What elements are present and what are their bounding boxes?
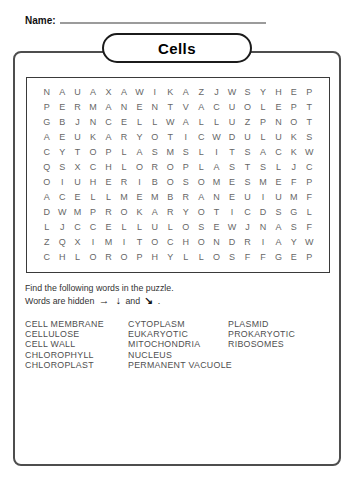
- grid-cell-r5c4: O: [85, 145, 100, 160]
- grid-cell-r4c11: C: [193, 130, 208, 145]
- grid-cell-r7c15: M: [255, 175, 270, 190]
- word-item: PROKARYOTIC: [228, 329, 318, 339]
- grid-cell-r9c1: D: [39, 205, 54, 220]
- grid-cell-r9c12: T: [209, 205, 224, 220]
- grid-cell-r6c1: Q: [39, 160, 54, 175]
- grid-cell-r5c13: T: [224, 145, 239, 160]
- grid-cell-r5c3: T: [70, 145, 85, 160]
- grid-cell-r7c7: I: [132, 175, 147, 190]
- grid-cell-r10c18: F: [302, 220, 317, 235]
- grid-cell-r12c8: H: [147, 250, 162, 265]
- grid-cell-r11c2: Q: [54, 235, 69, 250]
- grid-cell-r4c2: E: [54, 130, 69, 145]
- grid-cell-r12c6: O: [116, 250, 131, 265]
- grid-cell-r1c7: W: [132, 85, 147, 100]
- grid-cell-r2c6: N: [116, 100, 131, 115]
- grid-cell-r11c8: O: [147, 235, 162, 250]
- word-item: RIBOSOMES: [228, 339, 318, 349]
- grid-cell-r5c11: L: [193, 145, 208, 160]
- grid-cell-r3c14: Z: [240, 115, 255, 130]
- grid-cell-r11c7: T: [132, 235, 147, 250]
- grid-cell-r4c13: D: [224, 130, 239, 145]
- grid-cell-r6c11: L: [193, 160, 208, 175]
- grid-cell-r5c2: Y: [54, 145, 69, 160]
- grid-cell-r9c15: D: [255, 205, 270, 220]
- grid-cell-r9c14: C: [240, 205, 255, 220]
- grid-cell-r3c4: N: [85, 115, 100, 130]
- grid-cell-r2c7: E: [132, 100, 147, 115]
- grid-cell-r1c10: A: [178, 85, 193, 100]
- grid-cell-r4c15: L: [255, 130, 270, 145]
- grid-cell-r5c17: K: [286, 145, 301, 160]
- grid-cell-r9c5: R: [101, 205, 116, 220]
- grid-cell-r4c5: A: [101, 130, 116, 145]
- grid-cell-r1c4: A: [85, 85, 100, 100]
- grid-cell-r7c3: U: [70, 175, 85, 190]
- grid-cell-r12c12: O: [209, 250, 224, 265]
- grid-cell-r12c7: P: [132, 250, 147, 265]
- grid-cell-r1c11: Z: [193, 85, 208, 100]
- grid-cell-r7c18: P: [302, 175, 317, 190]
- grid-cell-r5c1: C: [39, 145, 54, 160]
- grid-cell-r11c18: W: [302, 235, 317, 250]
- grid-cell-r9c4: P: [85, 205, 100, 220]
- grid-cell-r1c3: U: [70, 85, 85, 100]
- grid-cell-r1c9: K: [163, 85, 178, 100]
- grid-cell-r8c2: C: [54, 190, 69, 205]
- grid-cell-r11c9: C: [163, 235, 178, 250]
- grid-cell-r6c7: O: [132, 160, 147, 175]
- grid-cell-r6c10: P: [178, 160, 193, 175]
- grid-cell-r5c15: A: [255, 145, 270, 160]
- grid-cell-r6c8: R: [147, 160, 162, 175]
- grid-cell-r2c8: N: [147, 100, 162, 115]
- word-item: CELLULOSE: [25, 329, 128, 339]
- grid-cell-r10c12: E: [209, 220, 224, 235]
- grid-cell-r12c10: L: [178, 250, 193, 265]
- grid-cell-r9c9: R: [163, 205, 178, 220]
- grid-cell-r9c7: K: [132, 205, 147, 220]
- grid-cell-r8c10: R: [178, 190, 193, 205]
- grid-cell-r8c1: A: [39, 190, 54, 205]
- grid-cell-r2c5: A: [101, 100, 116, 115]
- word-item: CELL MEMBRANE: [25, 319, 128, 329]
- grid-cell-r8c6: M: [116, 190, 131, 205]
- grid-cell-r1c13: W: [224, 85, 239, 100]
- grid-cell-r4c17: K: [286, 130, 301, 145]
- grid-cell-r7c11: O: [193, 175, 208, 190]
- arrow-diagonal-icon: ↘: [143, 294, 156, 306]
- grid-cell-r9c11: O: [193, 205, 208, 220]
- grid-cell-r9c2: W: [54, 205, 69, 220]
- grid-cell-r7c16: E: [271, 175, 286, 190]
- grid-cell-r10c11: S: [193, 220, 208, 235]
- grid-cell-r6c12: A: [209, 160, 224, 175]
- grid-cell-r4c16: U: [271, 130, 286, 145]
- grid-cell-r10c3: C: [70, 220, 85, 235]
- grid-cell-r10c17: S: [286, 220, 301, 235]
- grid-cell-r4c1: A: [39, 130, 54, 145]
- grid-cell-r10c10: O: [178, 220, 193, 235]
- grid-cell-r2c9: T: [163, 100, 178, 115]
- grid-cell-r4c4: K: [85, 130, 100, 145]
- grid-cell-r2c17: P: [286, 100, 301, 115]
- grid-cell-r1c8: I: [147, 85, 162, 100]
- grid-cell-r9c6: O: [116, 205, 131, 220]
- grid-cell-r2c10: V: [178, 100, 193, 115]
- instructions-line2: Words are hidden → ↓ and ↘ .: [25, 295, 174, 308]
- grid-cell-r11c12: N: [209, 235, 224, 250]
- grid-cell-r8c11: A: [193, 190, 208, 205]
- grid-cell-r7c4: H: [85, 175, 100, 190]
- grid-cell-r7c5: E: [101, 175, 116, 190]
- grid-cell-r3c3: J: [70, 115, 85, 130]
- word-list-column-1: CELL MEMBRANECELLULOSECELL WALLCHLOROPHY…: [25, 319, 128, 370]
- grid-cell-r11c16: A: [271, 235, 286, 250]
- name-field-row: Name:: [25, 14, 266, 26]
- grid-cell-r1c1: N: [39, 85, 54, 100]
- puzzle-title-banner: Cells: [102, 33, 252, 63]
- grid-cell-r2c4: M: [85, 100, 100, 115]
- grid-cell-r11c13: D: [224, 235, 239, 250]
- grid-cell-r9c10: Y: [178, 205, 193, 220]
- grid-cell-r12c5: R: [101, 250, 116, 265]
- grid-cell-r3c15: P: [255, 115, 270, 130]
- grid-cell-r3c16: N: [271, 115, 286, 130]
- grid-cell-r12c9: Y: [163, 250, 178, 265]
- grid-cell-r1c17: E: [286, 85, 301, 100]
- grid-cell-r4c9: T: [163, 130, 178, 145]
- word-item: NUCLEUS: [128, 350, 228, 360]
- grid-cell-r3c17: O: [286, 115, 301, 130]
- grid-cell-r1c12: J: [209, 85, 224, 100]
- grid-cell-r12c1: C: [39, 250, 54, 265]
- name-label: Name:: [25, 15, 56, 26]
- grid-cell-r2c14: O: [240, 100, 255, 115]
- grid-cell-r2c18: T: [302, 100, 317, 115]
- grid-cell-r8c4: L: [85, 190, 100, 205]
- grid-cell-r10c14: J: [240, 220, 255, 235]
- grid-cell-r10c15: N: [255, 220, 270, 235]
- grid-cell-r9c13: I: [224, 205, 239, 220]
- grid-cell-r2c16: E: [271, 100, 286, 115]
- grid-cell-r1c6: A: [116, 85, 131, 100]
- grid-cell-r2c15: L: [255, 100, 270, 115]
- word-item: CHLOROPHYLL: [25, 350, 128, 360]
- grid-cell-r4c6: R: [116, 130, 131, 145]
- grid-cell-r1c2: A: [54, 85, 69, 100]
- grid-cell-r10c8: U: [147, 220, 162, 235]
- grid-cell-r8c18: F: [302, 190, 317, 205]
- grid-cell-r11c3: X: [70, 235, 85, 250]
- grid-cell-r3c9: W: [163, 115, 178, 130]
- word-item: CYTOPLASM: [128, 319, 228, 329]
- grid-cell-r11c6: I: [116, 235, 131, 250]
- grid-cell-r6c15: S: [255, 160, 270, 175]
- word-item: CELL WALL: [25, 339, 128, 349]
- grid-cell-r4c18: S: [302, 130, 317, 145]
- grid-cell-r8c14: U: [240, 190, 255, 205]
- grid-cell-r12c14: F: [240, 250, 255, 265]
- grid-cell-r2c2: E: [54, 100, 69, 115]
- grid-cell-r5c14: S: [240, 145, 255, 160]
- grid-cell-r8c17: M: [286, 190, 301, 205]
- grid-cell-r6c16: L: [271, 160, 286, 175]
- grid-cell-r12c11: L: [193, 250, 208, 265]
- grid-cell-r9c16: S: [271, 205, 286, 220]
- instructions: Find the following words in the puzzle. …: [25, 283, 174, 307]
- grid-cell-r12c16: G: [271, 250, 286, 265]
- grid-cell-r12c15: F: [255, 250, 270, 265]
- grid-cell-r1c16: H: [271, 85, 286, 100]
- grid-cell-r3c18: T: [302, 115, 317, 130]
- grid-cell-r9c17: G: [286, 205, 301, 220]
- grid-cell-r6c13: S: [224, 160, 239, 175]
- grid-cell-r4c14: U: [240, 130, 255, 145]
- grid-cell-r10c7: L: [132, 220, 147, 235]
- grid-cell-r3c8: L: [147, 115, 162, 130]
- grid-cell-r2c11: A: [193, 100, 208, 115]
- grid-cell-r7c6: R: [116, 175, 131, 190]
- grid-cell-r6c5: H: [101, 160, 116, 175]
- word-item: PERMANENT VACUOLE: [128, 360, 228, 370]
- grid-cell-r9c8: A: [147, 205, 162, 220]
- grid-cell-r10c1: L: [39, 220, 54, 235]
- grid-cell-r1c15: Y: [255, 85, 270, 100]
- grid-cell-r6c3: X: [70, 160, 85, 175]
- grid-cell-r10c16: A: [271, 220, 286, 235]
- grid-cell-r8c7: E: [132, 190, 147, 205]
- letter-grid: NAUAXAWIKAZJWSYHEPPERMANENTVACUOLEPTGBJN…: [26, 77, 330, 273]
- grid-cell-r3c7: L: [132, 115, 147, 130]
- grid-cell-r5c6: L: [116, 145, 131, 160]
- grid-cell-r6c4: C: [85, 160, 100, 175]
- grid-cell-r3c11: L: [193, 115, 208, 130]
- grid-cell-r2c13: U: [224, 100, 239, 115]
- grid-cell-r10c5: E: [101, 220, 116, 235]
- grid-cell-r10c6: L: [116, 220, 131, 235]
- grid-cell-r4c7: Y: [132, 130, 147, 145]
- grid-cell-r8c16: U: [271, 190, 286, 205]
- word-item: CHLOROPLAST: [25, 360, 128, 370]
- grid-cell-r11c10: H: [178, 235, 193, 250]
- grid-cell-r9c18: L: [302, 205, 317, 220]
- grid-cell-r7c2: I: [54, 175, 69, 190]
- grid-cell-r12c4: O: [85, 250, 100, 265]
- grid-cell-r7c9: O: [163, 175, 178, 190]
- grid-cell-r11c15: I: [255, 235, 270, 250]
- grid-cell-r8c5: L: [101, 190, 116, 205]
- grid-cell-r5c9: M: [163, 145, 178, 160]
- grid-cell-r3c10: A: [178, 115, 193, 130]
- grid-cell-r8c9: B: [163, 190, 178, 205]
- grid-cell-r12c18: P: [302, 250, 317, 265]
- grid-cell-r9c3: M: [70, 205, 85, 220]
- grid-cell-r4c8: O: [147, 130, 162, 145]
- arrow-right-icon: →: [97, 294, 112, 306]
- grid-cell-r5c16: C: [271, 145, 286, 160]
- grid-cell-r6c6: L: [116, 160, 131, 175]
- puzzle-title: Cells: [158, 40, 196, 57]
- grid-cell-r11c17: Y: [286, 235, 301, 250]
- grid-cell-r4c12: W: [209, 130, 224, 145]
- grid-cell-r11c5: M: [101, 235, 116, 250]
- grid-cell-r5c12: I: [209, 145, 224, 160]
- grid-cell-r7c8: B: [147, 175, 162, 190]
- grid-cell-r6c2: S: [54, 160, 69, 175]
- grid-cell-r11c1: Z: [39, 235, 54, 250]
- arrow-down-icon: ↓: [114, 294, 123, 306]
- grid-cell-r6c14: T: [240, 160, 255, 175]
- grid-cell-r3c6: E: [116, 115, 131, 130]
- grid-cell-r2c1: P: [39, 100, 54, 115]
- grid-cell-r5c18: W: [302, 145, 317, 160]
- grid-cell-r11c14: R: [240, 235, 255, 250]
- grid-cell-r6c9: O: [163, 160, 178, 175]
- grid-cell-r7c10: S: [178, 175, 193, 190]
- word-item: EUKARYOTIC: [128, 329, 228, 339]
- grid-cell-r6c17: J: [286, 160, 301, 175]
- word-list-column-3: PLASMIDPROKARYOTICRIBOSOMES: [228, 319, 318, 370]
- grid-cell-r7c1: O: [39, 175, 54, 190]
- grid-cell-r2c3: R: [70, 100, 85, 115]
- grid-cell-r7c14: S: [240, 175, 255, 190]
- grid-cell-r12c3: L: [70, 250, 85, 265]
- grid-cell-r8c12: N: [209, 190, 224, 205]
- grid-cell-r8c3: E: [70, 190, 85, 205]
- grid-cell-r5c5: P: [101, 145, 116, 160]
- grid-cell-r8c8: M: [147, 190, 162, 205]
- grid-cell-r7c12: M: [209, 175, 224, 190]
- grid-cell-r7c13: E: [224, 175, 239, 190]
- grid-cell-r1c5: X: [101, 85, 116, 100]
- grid-cell-r3c1: G: [39, 115, 54, 130]
- grid-cell-r5c10: S: [178, 145, 193, 160]
- grid-cell-r5c7: A: [132, 145, 147, 160]
- grid-cell-r12c2: H: [54, 250, 69, 265]
- grid-cell-r8c15: I: [255, 190, 270, 205]
- grid-cell-r11c11: O: [193, 235, 208, 250]
- grid-cell-r5c8: S: [147, 145, 162, 160]
- name-blank-line: [60, 14, 266, 24]
- grid-cell-r12c17: E: [286, 250, 301, 265]
- word-item: MITOCHONDRIA: [128, 339, 228, 349]
- grid-cell-r10c2: J: [54, 220, 69, 235]
- grid-cell-r12c13: S: [224, 250, 239, 265]
- grid-cell-r3c2: B: [54, 115, 69, 130]
- word-item: PLASMID: [228, 319, 318, 329]
- grid-cell-r2c12: C: [209, 100, 224, 115]
- grid-cell-r10c13: W: [224, 220, 239, 235]
- grid-cell-r4c10: I: [178, 130, 193, 145]
- grid-cell-r3c13: U: [224, 115, 239, 130]
- grid-cell-r8c13: E: [224, 190, 239, 205]
- grid-cell-r10c4: C: [85, 220, 100, 235]
- instructions-line1: Find the following words in the puzzle.: [25, 283, 174, 295]
- word-list-column-2: CYTOPLASMEUKARYOTICMITOCHONDRIANUCLEUSPE…: [128, 319, 228, 370]
- word-list: CELL MEMBRANECELLULOSECELL WALLCHLOROPHY…: [25, 319, 318, 370]
- grid-cell-r1c18: P: [302, 85, 317, 100]
- grid-cell-r3c12: L: [209, 115, 224, 130]
- grid-cell-r3c5: C: [101, 115, 116, 130]
- grid-cell-r1c14: S: [240, 85, 255, 100]
- grid-cell-r10c9: L: [163, 220, 178, 235]
- grid-cell-r11c4: I: [85, 235, 100, 250]
- grid-cell-r4c3: U: [70, 130, 85, 145]
- grid-cell-r6c18: C: [302, 160, 317, 175]
- grid-cell-r7c17: F: [286, 175, 301, 190]
